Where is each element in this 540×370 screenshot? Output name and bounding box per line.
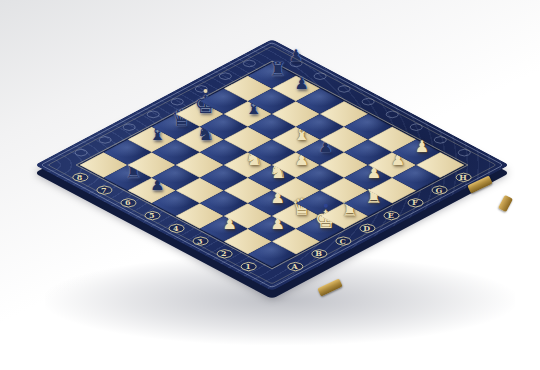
rank-label-8: 8 <box>69 171 92 183</box>
rank-label-3: 3 <box>189 235 212 247</box>
border-blue-pawn[interactable]: ♟ <box>279 48 313 64</box>
rank-label-1: 1 <box>237 261 260 273</box>
ornament-ring-right-1 <box>454 148 472 158</box>
ornament-ring-top-1 <box>71 148 89 158</box>
ornament-ring-right-4 <box>382 110 400 120</box>
file-label-H: H <box>452 171 475 183</box>
file-label-F: F <box>404 197 427 209</box>
ornament-ring-top-8 <box>239 59 257 69</box>
ornament-ring-top-2 <box>95 135 113 145</box>
file-label-G: G <box>428 184 451 196</box>
rank-label-7: 7 <box>93 184 116 196</box>
file-label-A: A <box>284 261 307 273</box>
rank-label-4: 4 <box>165 222 188 234</box>
ornament-ring-right-6 <box>334 84 352 94</box>
rank-label-2: 2 <box>213 248 236 260</box>
brass-clasp <box>498 195 513 212</box>
file-label-C: C <box>332 235 355 247</box>
chess-set-photo: ♝♛♚♜♜♞♝♟♟♞♝♞♟♟♟♟♟♛♟♟♟♚♜♜ ABCDEFGH1234567… <box>0 0 540 370</box>
ornament-ring-top-7 <box>215 71 233 81</box>
file-label-E: E <box>380 210 403 222</box>
ornament-ring-top-4 <box>143 110 161 120</box>
ornament-ring-top-3 <box>119 122 137 132</box>
ornament-ring-right-3 <box>406 122 424 132</box>
board-grid: ♝♛♚♜♜♞♝♟♟♞♝♞♟♟♟♟♟♛♟♟♟♚♜♜ <box>80 63 465 267</box>
chess-board: ♝♛♚♜♜♞♝♟♟♞♝♞♟♟♟♟♟♛♟♟♟♚♜♜ ABCDEFGH1234567… <box>34 39 509 291</box>
file-label-D: D <box>356 222 379 234</box>
rank-label-5: 5 <box>141 210 164 222</box>
ornament-ring-right-5 <box>358 97 376 107</box>
rank-label-6: 6 <box>117 197 140 209</box>
file-label-B: B <box>308 248 331 260</box>
